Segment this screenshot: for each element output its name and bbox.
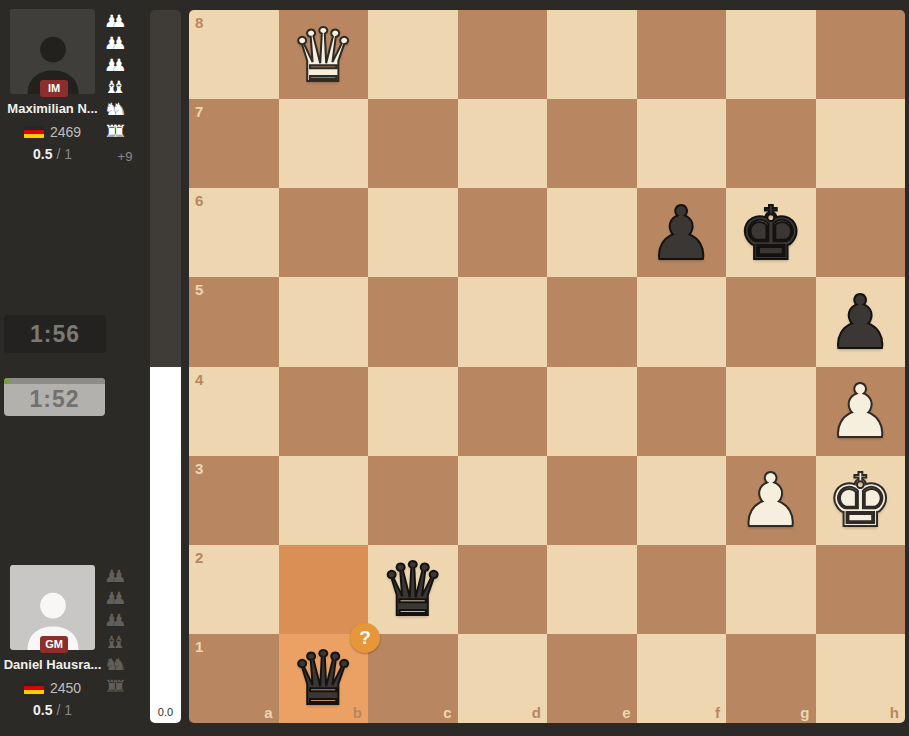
rank-label-2: 2 xyxy=(195,549,203,566)
square-c3[interactable] xyxy=(368,456,458,545)
square-h8[interactable] xyxy=(816,10,906,99)
captured-black-pawns: ♟♟ xyxy=(104,587,146,609)
square-g7[interactable] xyxy=(726,99,816,188)
white-queen-b8[interactable]: ♛ xyxy=(279,10,369,99)
rank-label-7: 7 xyxy=(195,103,203,120)
rank-label-6: 6 xyxy=(195,192,203,209)
top-player-name[interactable]: Maximilian N... xyxy=(0,101,105,116)
square-g3[interactable]: ♟ xyxy=(726,456,816,545)
square-e5[interactable] xyxy=(547,277,637,366)
square-f3[interactable] xyxy=(637,456,727,545)
chess-board[interactable]: 8♛76♟♚5♟4♟3♟♚2♛1ab♛cdefgh? xyxy=(189,10,905,723)
square-f8[interactable] xyxy=(637,10,727,99)
square-h5[interactable]: ♟ xyxy=(816,277,906,366)
square-c7[interactable] xyxy=(368,99,458,188)
black-pawn-f6[interactable]: ♟ xyxy=(637,188,727,277)
square-d8[interactable] xyxy=(458,10,548,99)
square-e6[interactable] xyxy=(547,188,637,277)
square-e2[interactable] xyxy=(547,545,637,634)
square-d5[interactable] xyxy=(458,277,548,366)
square-a7[interactable]: 7 xyxy=(189,99,279,188)
title-badge-im: IM xyxy=(40,80,68,97)
square-g2[interactable] xyxy=(726,545,816,634)
captured-white-pawns: ♟♟ xyxy=(104,54,146,76)
square-e4[interactable] xyxy=(547,367,637,456)
square-b5[interactable] xyxy=(279,277,369,366)
square-a1[interactable]: 1a xyxy=(189,634,279,723)
square-e3[interactable] xyxy=(547,456,637,545)
square-g1[interactable]: g xyxy=(726,634,816,723)
bottom-player-score: 0.5 / 1 xyxy=(0,702,105,718)
captured-pieces-top: ♟♟♟♟♟♟♝♝♞♞♜♜+9 xyxy=(104,10,146,167)
file-label-a: a xyxy=(264,704,272,721)
square-g5[interactable] xyxy=(726,277,816,366)
top-player-score: 0.5 / 1 xyxy=(0,146,105,162)
square-h3[interactable]: ♚ xyxy=(816,456,906,545)
square-c1[interactable]: c xyxy=(368,634,458,723)
square-a2[interactable]: 2 xyxy=(189,545,279,634)
captured-black-rooks: ♜♜ xyxy=(104,675,146,697)
square-f1[interactable]: f xyxy=(637,634,727,723)
square-a6[interactable]: 6 xyxy=(189,188,279,277)
germany-flag-icon xyxy=(24,682,44,695)
rank-label-3: 3 xyxy=(195,460,203,477)
square-h1[interactable]: h xyxy=(816,634,906,723)
black-queen-c2[interactable]: ♛ xyxy=(368,545,458,634)
square-g8[interactable] xyxy=(726,10,816,99)
captured-white-pawns: ♟♟ xyxy=(104,10,146,32)
captured-black-knights: ♞♞ xyxy=(104,653,146,675)
square-d2[interactable] xyxy=(458,545,548,634)
square-f6[interactable]: ♟ xyxy=(637,188,727,277)
evaluation-bar: 0.0 xyxy=(150,10,181,723)
square-c4[interactable] xyxy=(368,367,458,456)
top-player-rating: 2469 xyxy=(50,124,81,140)
white-pawn-h4[interactable]: ♟ xyxy=(816,367,906,456)
file-label-d: d xyxy=(532,704,541,721)
square-a4[interactable]: 4 xyxy=(189,367,279,456)
square-d3[interactable] xyxy=(458,456,548,545)
rank-label-5: 5 xyxy=(195,281,203,298)
file-label-g: g xyxy=(800,704,809,721)
square-c8[interactable] xyxy=(368,10,458,99)
captured-black-bishops: ♝♝ xyxy=(104,631,146,653)
square-b2[interactable] xyxy=(279,545,369,634)
captured-black-pawns: ♟♟ xyxy=(104,565,146,587)
black-king-g6[interactable]: ♚ xyxy=(726,188,816,277)
square-e7[interactable] xyxy=(547,99,637,188)
captured-white-bishops: ♝♝ xyxy=(104,76,146,98)
square-g4[interactable] xyxy=(726,367,816,456)
square-b8[interactable]: ♛ xyxy=(279,10,369,99)
evaluation-bar-white-portion xyxy=(150,367,181,723)
rank-label-8: 8 xyxy=(195,14,203,31)
captured-white-rooks: ♜♜ xyxy=(104,120,146,142)
file-label-e: e xyxy=(622,704,630,721)
bottom-player-clock: 1:52 xyxy=(4,378,105,416)
title-badge-gm: GM xyxy=(40,636,68,653)
white-king-h3[interactable]: ♚ xyxy=(816,456,906,545)
square-e1[interactable]: e xyxy=(547,634,637,723)
square-f7[interactable] xyxy=(637,99,727,188)
file-label-h: h xyxy=(890,704,899,721)
evaluation-value: 0.0 xyxy=(150,706,181,718)
material-advantage: +9 xyxy=(104,145,146,167)
square-f4[interactable] xyxy=(637,367,727,456)
square-h2[interactable] xyxy=(816,545,906,634)
captured-white-knights: ♞♞ xyxy=(104,98,146,120)
square-b3[interactable] xyxy=(279,456,369,545)
square-c2[interactable]: ♛ xyxy=(368,545,458,634)
mistake-badge: ? xyxy=(350,623,380,653)
square-h7[interactable] xyxy=(816,99,906,188)
square-b6[interactable] xyxy=(279,188,369,277)
square-c6[interactable] xyxy=(368,188,458,277)
square-d7[interactable] xyxy=(458,99,548,188)
file-label-f: f xyxy=(715,704,720,721)
square-e8[interactable] xyxy=(547,10,637,99)
square-f2[interactable] xyxy=(637,545,727,634)
file-label-c: c xyxy=(443,704,451,721)
square-a8[interactable]: 8 xyxy=(189,10,279,99)
black-pawn-h5[interactable]: ♟ xyxy=(816,277,906,366)
white-pawn-g3[interactable]: ♟ xyxy=(726,456,816,545)
square-b7[interactable] xyxy=(279,99,369,188)
bottom-player-name[interactable]: Daniel Hausra... xyxy=(0,657,105,672)
captured-black-pawns: ♟♟ xyxy=(104,609,146,631)
square-d1[interactable]: d xyxy=(458,634,548,723)
captured-pieces-bottom: ♟♟♟♟♟♟♝♝♞♞♜♜ xyxy=(104,565,146,697)
square-d6[interactable] xyxy=(458,188,548,277)
germany-flag-icon xyxy=(24,126,44,139)
square-c5[interactable] xyxy=(368,277,458,366)
captured-white-pawns: ♟♟ xyxy=(104,32,146,54)
square-h4[interactable]: ♟ xyxy=(816,367,906,456)
square-a5[interactable]: 5 xyxy=(189,277,279,366)
square-g6[interactable]: ♚ xyxy=(726,188,816,277)
rank-label-4: 4 xyxy=(195,371,203,388)
top-player-clock: 1:56 xyxy=(4,315,106,353)
square-b4[interactable] xyxy=(279,367,369,456)
chess-game-screen: IM Maximilian N... 2469 0.5 / 1 ♟♟♟♟♟♟♝♝… xyxy=(0,0,909,736)
square-a3[interactable]: 3 xyxy=(189,456,279,545)
square-h6[interactable] xyxy=(816,188,906,277)
rank-label-1: 1 xyxy=(195,638,203,655)
bottom-player-rating: 2450 xyxy=(50,680,81,696)
square-f5[interactable] xyxy=(637,277,727,366)
square-d4[interactable] xyxy=(458,367,548,456)
